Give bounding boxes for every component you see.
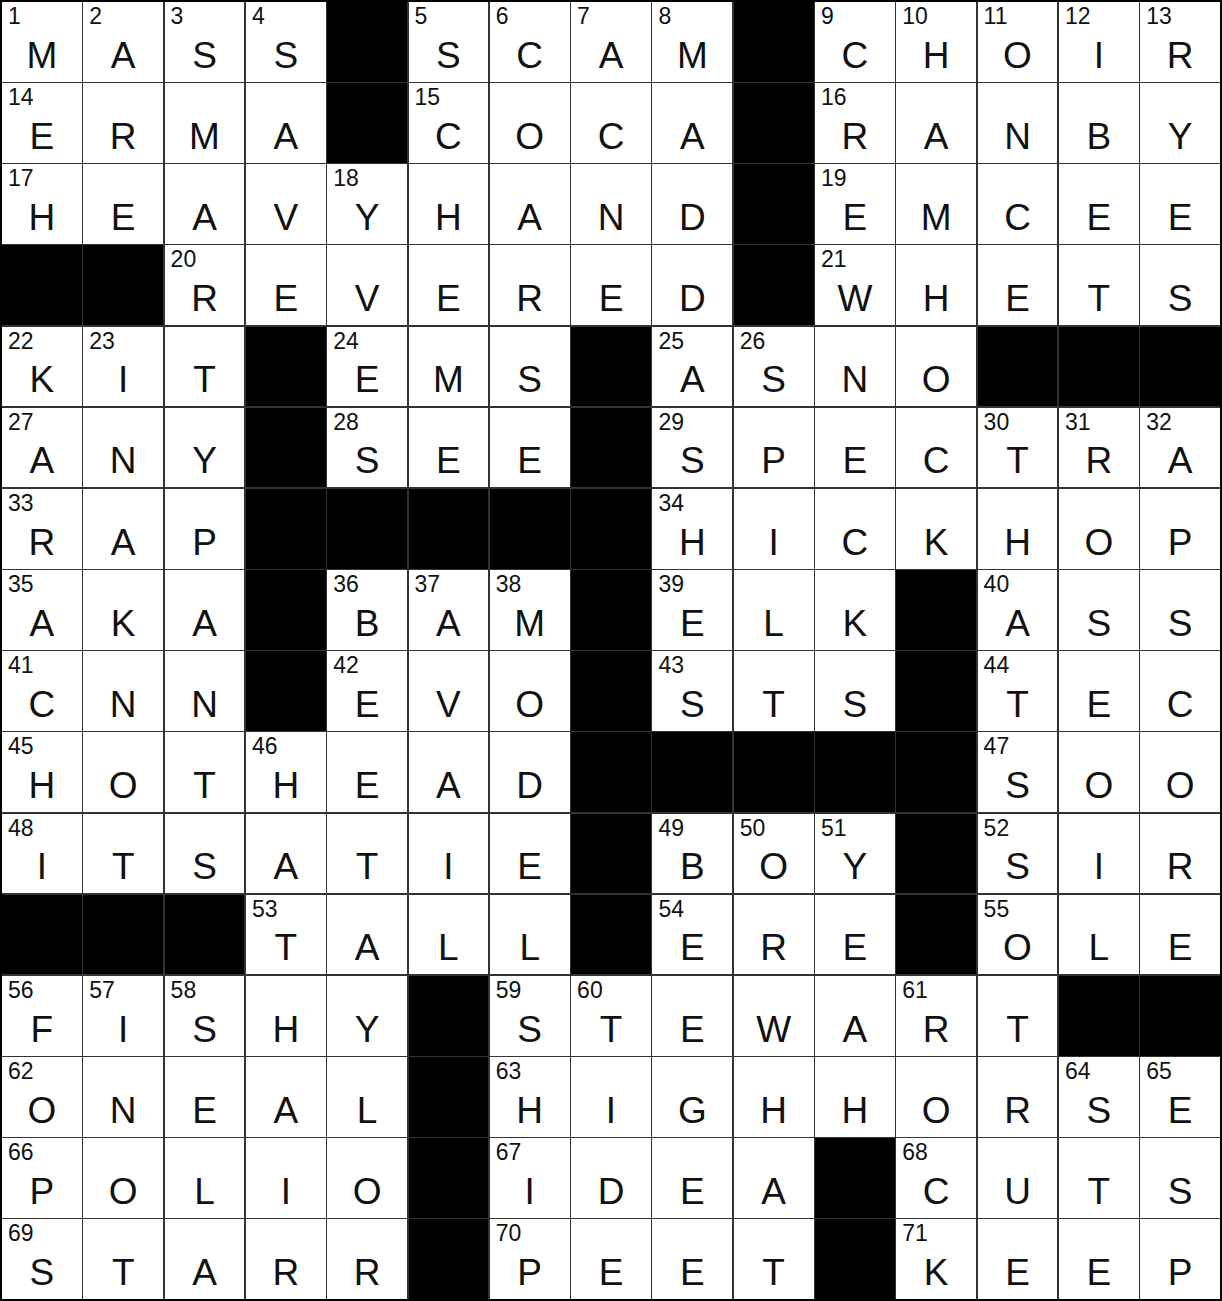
cell-r12c4[interactable]: 53T [246, 895, 326, 975]
cell-r8c14[interactable]: S [1059, 570, 1139, 650]
cell-r3c15[interactable]: E [1140, 164, 1220, 244]
cell-r12c7[interactable]: L [490, 895, 570, 975]
cell-letter: A [165, 199, 245, 236]
block-r10c9 [652, 732, 732, 812]
cell-number: 66 [8, 1140, 34, 1165]
cell-r16c3[interactable]: A [165, 1219, 245, 1299]
cell-letter: E [1059, 1254, 1139, 1291]
cell-r2c2[interactable]: R [83, 83, 163, 163]
cell-number: 33 [8, 491, 34, 516]
cell-r11c9[interactable]: 49B [652, 814, 732, 894]
cell-number: 67 [496, 1140, 522, 1165]
cell-r1c11[interactable]: 9C [815, 2, 895, 82]
cell-r12c15[interactable]: E [1140, 895, 1220, 975]
cell-r15c9[interactable]: E [652, 1138, 732, 1218]
cell-r16c1[interactable]: 69S [2, 1219, 82, 1299]
cell-r11c10[interactable]: 50O [734, 814, 814, 894]
cell-r4c8[interactable]: E [571, 245, 651, 325]
cell-r2c13[interactable]: N [978, 83, 1058, 163]
cell-r7c12[interactable]: K [896, 489, 976, 569]
cell-r10c4[interactable]: 46H [246, 732, 326, 812]
cell-number: 68 [902, 1140, 928, 1165]
cell-letter: E [327, 767, 407, 804]
cell-r3c14[interactable]: E [1059, 164, 1139, 244]
cell-r14c8[interactable]: I [571, 1057, 651, 1137]
cell-r16c9[interactable]: E [652, 1219, 732, 1299]
cell-r9c10[interactable]: T [734, 651, 814, 731]
cell-letter: H [2, 199, 82, 236]
cell-r5c6[interactable]: M [409, 327, 489, 407]
cell-r3c13[interactable]: C [978, 164, 1058, 244]
cell-letter: N [815, 361, 895, 398]
cell-r3c9[interactable]: D [652, 164, 732, 244]
cell-r7c13[interactable]: H [978, 489, 1058, 569]
cell-number: 29 [658, 410, 684, 435]
cell-number: 37 [415, 572, 441, 597]
cell-r9c7[interactable]: O [490, 651, 570, 731]
cell-r11c3[interactable]: S [165, 814, 245, 894]
cell-letter: D [571, 1173, 651, 1210]
cell-letter: Y [327, 199, 407, 236]
cell-r1c12[interactable]: 10H [896, 2, 976, 82]
cell-r9c3[interactable]: N [165, 651, 245, 731]
cell-letter: S [246, 37, 326, 74]
cell-r8c3[interactable]: A [165, 570, 245, 650]
cell-r16c2[interactable]: T [83, 1219, 163, 1299]
cell-r14c13[interactable]: R [978, 1057, 1058, 1137]
cell-r8c1[interactable]: 35A [2, 570, 82, 650]
cell-number: 61 [902, 978, 928, 1003]
cell-r10c13[interactable]: 47S [978, 732, 1058, 812]
cell-r16c8[interactable]: E [571, 1219, 651, 1299]
cell-letter: T [246, 929, 326, 966]
cell-r6c15[interactable]: 32A [1140, 408, 1220, 488]
cell-r2c3[interactable]: M [165, 83, 245, 163]
cell-r12c14[interactable]: L [1059, 895, 1139, 975]
cell-r3c8[interactable]: N [571, 164, 651, 244]
cell-r9c11[interactable]: S [815, 651, 895, 731]
cell-number: 8 [658, 4, 671, 29]
cell-r13c4[interactable]: H [246, 976, 326, 1056]
cell-r5c11[interactable]: N [815, 327, 895, 407]
cell-r15c8[interactable]: D [571, 1138, 651, 1218]
cell-r10c14[interactable]: O [1059, 732, 1139, 812]
cell-letter: O [83, 1173, 163, 1210]
cell-r14c9[interactable]: G [652, 1057, 732, 1137]
cell-number: 32 [1146, 410, 1172, 435]
cell-r13c10[interactable]: W [734, 976, 814, 1056]
cell-letter: L [409, 929, 489, 966]
cell-r12c6[interactable]: L [409, 895, 489, 975]
cell-number: 4 [252, 4, 265, 29]
cell-r15c14[interactable]: T [1059, 1138, 1139, 1218]
cell-r1c2[interactable]: 2A [83, 2, 163, 82]
cell-r5c9[interactable]: 25A [652, 327, 732, 407]
cell-number: 9 [821, 4, 834, 29]
cell-letter: R [734, 929, 814, 966]
cell-r12c11[interactable]: E [815, 895, 895, 975]
cell-r15c4[interactable]: I [246, 1138, 326, 1218]
cell-r1c14[interactable]: 12I [1059, 2, 1139, 82]
cell-r15c5[interactable]: O [327, 1138, 407, 1218]
cell-r5c1[interactable]: 22K [2, 327, 82, 407]
cell-r13c2[interactable]: 57I [83, 976, 163, 1056]
cell-r11c14[interactable]: I [1059, 814, 1139, 894]
cell-r13c7[interactable]: 59S [490, 976, 570, 1056]
cell-r15c1[interactable]: 66P [2, 1138, 82, 1218]
cell-r14c12[interactable]: O [896, 1057, 976, 1137]
block-r8c4 [246, 570, 326, 650]
cell-r6c2[interactable]: N [83, 408, 163, 488]
cell-letter: G [652, 1092, 732, 1129]
cell-letter: A [2, 605, 82, 642]
cell-r3c11[interactable]: 19E [815, 164, 895, 244]
cell-letter: L [165, 1173, 245, 1210]
cell-number: 48 [8, 816, 34, 841]
cell-r16c4[interactable]: R [246, 1219, 326, 1299]
cell-letter: T [978, 1011, 1058, 1048]
cell-r5c10[interactable]: 26S [734, 327, 814, 407]
cell-r13c8[interactable]: 60T [571, 976, 651, 1056]
block-r9c4 [246, 651, 326, 731]
cell-r4c11[interactable]: 21W [815, 245, 895, 325]
cell-r11c1[interactable]: 48I [2, 814, 82, 894]
cell-r4c14[interactable]: T [1059, 245, 1139, 325]
cell-r7c15[interactable]: P [1140, 489, 1220, 569]
cell-r7c2[interactable]: A [83, 489, 163, 569]
cell-letter: S [978, 848, 1058, 885]
cell-letter: R [978, 1092, 1058, 1129]
cell-letter: E [815, 442, 895, 479]
cell-r3c7[interactable]: A [490, 164, 570, 244]
cell-letter: H [490, 1092, 570, 1129]
cell-letter: R [327, 1254, 407, 1291]
cell-r1c4[interactable]: 4S [246, 2, 326, 82]
cell-letter: A [896, 118, 976, 155]
cell-letter: S [1059, 1092, 1139, 1129]
cell-r1c7[interactable]: 6C [490, 2, 570, 82]
block-r13c6 [409, 976, 489, 1056]
cell-letter: S [165, 1011, 245, 1048]
cell-letter: A [409, 767, 489, 804]
cell-r2c6[interactable]: 15C [409, 83, 489, 163]
cell-r2c14[interactable]: B [1059, 83, 1139, 163]
cell-r8c11[interactable]: K [815, 570, 895, 650]
cell-r3c6[interactable]: H [409, 164, 489, 244]
cell-r15c13[interactable]: U [978, 1138, 1058, 1218]
cell-r11c13[interactable]: 52S [978, 814, 1058, 894]
cell-r6c14[interactable]: 31R [1059, 408, 1139, 488]
cell-number: 52 [984, 816, 1010, 841]
cell-r3c5[interactable]: 18Y [327, 164, 407, 244]
cell-r2c7[interactable]: O [490, 83, 570, 163]
cell-r1c6[interactable]: 5S [409, 2, 489, 82]
cell-r16c15[interactable]: P [1140, 1219, 1220, 1299]
cell-r4c6[interactable]: E [409, 245, 489, 325]
cell-r6c9[interactable]: 29S [652, 408, 732, 488]
cell-number: 23 [89, 329, 115, 354]
cell-r13c3[interactable]: 58S [165, 976, 245, 1056]
cell-r14c2[interactable]: N [83, 1057, 163, 1137]
cell-letter: A [165, 605, 245, 642]
cell-r10c15[interactable]: O [1140, 732, 1220, 812]
cell-r11c11[interactable]: 51Y [815, 814, 895, 894]
cell-number: 64 [1065, 1059, 1091, 1084]
cell-r7c1[interactable]: 33R [2, 489, 82, 569]
block-r5c8 [571, 327, 651, 407]
cell-r8c10[interactable]: L [734, 570, 814, 650]
cell-letter: S [652, 442, 732, 479]
cell-r2c11[interactable]: 16R [815, 83, 895, 163]
cell-r4c7[interactable]: R [490, 245, 570, 325]
cell-letter: N [83, 1092, 163, 1129]
cell-r14c1[interactable]: 62O [2, 1057, 82, 1137]
cell-r4c9[interactable]: D [652, 245, 732, 325]
cell-r16c7[interactable]: 70P [490, 1219, 570, 1299]
cell-letter: I [2, 848, 82, 885]
cell-r14c5[interactable]: L [327, 1057, 407, 1137]
cell-letter: K [896, 524, 976, 561]
cell-r10c1[interactable]: 45H [2, 732, 82, 812]
cell-letter: H [246, 767, 326, 804]
cell-letter: N [165, 686, 245, 723]
cell-r2c9[interactable]: A [652, 83, 732, 163]
cell-letter: M [652, 37, 732, 74]
cell-r3c12[interactable]: M [896, 164, 976, 244]
cell-r1c9[interactable]: 8M [652, 2, 732, 82]
cell-r5c5[interactable]: 24E [327, 327, 407, 407]
cell-r16c5[interactable]: R [327, 1219, 407, 1299]
cell-letter: C [1140, 686, 1220, 723]
cell-r12c9[interactable]: 54E [652, 895, 732, 975]
cell-r5c3[interactable]: T [165, 327, 245, 407]
cell-r5c7[interactable]: S [490, 327, 570, 407]
cell-letter: P [490, 1254, 570, 1291]
cell-letter: T [165, 767, 245, 804]
cell-r11c7[interactable]: E [490, 814, 570, 894]
cell-r11c15[interactable]: R [1140, 814, 1220, 894]
cell-r5c2[interactable]: 23I [83, 327, 163, 407]
cell-r9c2[interactable]: N [83, 651, 163, 731]
cell-letter: R [1059, 442, 1139, 479]
cell-r1c3[interactable]: 3S [165, 2, 245, 82]
block-r13c14 [1059, 976, 1139, 1056]
cell-r4c13[interactable]: E [978, 245, 1058, 325]
cell-r1c1[interactable]: 1M [2, 2, 82, 82]
cell-number: 21 [821, 247, 847, 272]
cell-r6c6[interactable]: E [409, 408, 489, 488]
cell-r15c3[interactable]: L [165, 1138, 245, 1218]
block-r7c6 [409, 489, 489, 569]
cell-r13c1[interactable]: 56F [2, 976, 82, 1056]
cell-r14c14[interactable]: 64S [1059, 1057, 1139, 1137]
cell-r11c2[interactable]: T [83, 814, 163, 894]
cell-letter: E [1140, 1092, 1220, 1129]
cell-r1c8[interactable]: 7A [571, 2, 651, 82]
cell-r3c4[interactable]: V [246, 164, 326, 244]
cell-letter: P [1140, 1254, 1220, 1291]
cell-number: 70 [496, 1221, 522, 1246]
cell-letter: K [815, 605, 895, 642]
cell-r4c3[interactable]: 20R [165, 245, 245, 325]
cell-r16c10[interactable]: T [734, 1219, 814, 1299]
cell-r15c10[interactable]: A [734, 1138, 814, 1218]
cell-r15c2[interactable]: O [83, 1138, 163, 1218]
cell-r2c8[interactable]: C [571, 83, 651, 163]
cell-letter: A [83, 524, 163, 561]
cell-r9c14[interactable]: E [1059, 651, 1139, 731]
cell-letter: D [490, 767, 570, 804]
cell-r15c15[interactable]: S [1140, 1138, 1220, 1218]
cell-r3c1[interactable]: 17H [2, 164, 82, 244]
cell-number: 45 [8, 734, 34, 759]
cell-r13c9[interactable]: E [652, 976, 732, 1056]
cell-r15c7[interactable]: 67I [490, 1138, 570, 1218]
cell-r2c1[interactable]: 14E [2, 83, 82, 163]
cell-r13c5[interactable]: Y [327, 976, 407, 1056]
cell-r11c6[interactable]: I [409, 814, 489, 894]
cell-letter: H [896, 37, 976, 74]
cell-r1c15[interactable]: 13R [1140, 2, 1220, 82]
cell-r6c3[interactable]: Y [165, 408, 245, 488]
block-r12c2 [83, 895, 163, 975]
cell-r7c3[interactable]: P [165, 489, 245, 569]
cell-r1c13[interactable]: 11O [978, 2, 1058, 82]
cell-r5c12[interactable]: O [896, 327, 976, 407]
cell-letter: Y [815, 848, 895, 885]
cell-r6c7[interactable]: E [490, 408, 570, 488]
cell-r8c15[interactable]: S [1140, 570, 1220, 650]
cell-r13c13[interactable]: T [978, 976, 1058, 1056]
cell-r14c3[interactable]: E [165, 1057, 245, 1137]
cell-r9c1[interactable]: 41C [2, 651, 82, 731]
cell-r13c12[interactable]: 61R [896, 976, 976, 1056]
cell-letter: H [734, 1092, 814, 1129]
cell-letter: V [409, 686, 489, 723]
cell-letter: I [490, 1173, 570, 1210]
cell-r7c11[interactable]: C [815, 489, 895, 569]
cell-r6c1[interactable]: 27A [2, 408, 82, 488]
cell-r6c13[interactable]: 30T [978, 408, 1058, 488]
cell-r10c3[interactable]: T [165, 732, 245, 812]
cell-r15c12[interactable]: 68C [896, 1138, 976, 1218]
cell-r4c5[interactable]: V [327, 245, 407, 325]
cell-letter: K [83, 605, 163, 642]
cell-r4c12[interactable]: H [896, 245, 976, 325]
cell-r10c5[interactable]: E [327, 732, 407, 812]
cell-letter: H [978, 524, 1058, 561]
cell-letter: M [409, 361, 489, 398]
cell-letter: D [652, 280, 732, 317]
cell-number: 2 [89, 4, 102, 29]
cell-r16c13[interactable]: E [978, 1219, 1058, 1299]
cell-r6c12[interactable]: C [896, 408, 976, 488]
cell-r16c14[interactable]: E [1059, 1219, 1139, 1299]
cell-r10c7[interactable]: D [490, 732, 570, 812]
cell-number: 27 [8, 410, 34, 435]
cell-r13c11[interactable]: A [815, 976, 895, 1056]
cell-letter: M [490, 605, 570, 642]
cell-r11c5[interactable]: T [327, 814, 407, 894]
cell-r6c11[interactable]: E [815, 408, 895, 488]
cell-letter: C [896, 442, 976, 479]
cell-r4c4[interactable]: E [246, 245, 326, 325]
cell-letter: B [652, 848, 732, 885]
cell-r2c4[interactable]: A [246, 83, 326, 163]
cell-letter: H [2, 767, 82, 804]
cell-r4c15[interactable]: S [1140, 245, 1220, 325]
cell-letter: R [83, 118, 163, 155]
cell-r7c9[interactable]: 34H [652, 489, 732, 569]
cell-number: 17 [8, 166, 34, 191]
cell-letter: A [815, 1011, 895, 1048]
cell-number: 57 [89, 978, 115, 1003]
cell-r6c5[interactable]: 28S [327, 408, 407, 488]
cell-r16c12[interactable]: 71K [896, 1219, 976, 1299]
cell-r9c9[interactable]: 43S [652, 651, 732, 731]
cell-r3c3[interactable]: A [165, 164, 245, 244]
cell-r6c10[interactable]: P [734, 408, 814, 488]
cell-r14c10[interactable]: H [734, 1057, 814, 1137]
cell-r10c6[interactable]: A [409, 732, 489, 812]
block-r4c2 [83, 245, 163, 325]
cell-r8c2[interactable]: K [83, 570, 163, 650]
cell-letter: C [896, 1173, 976, 1210]
cell-r3c2[interactable]: E [83, 164, 163, 244]
cell-r8c9[interactable]: 39E [652, 570, 732, 650]
cell-letter: L [734, 605, 814, 642]
cell-number: 10 [902, 4, 928, 29]
cell-r9c5[interactable]: 42E [327, 651, 407, 731]
cell-r14c15[interactable]: 65E [1140, 1057, 1220, 1137]
cell-r2c15[interactable]: Y [1140, 83, 1220, 163]
cell-r14c7[interactable]: 63H [490, 1057, 570, 1137]
cell-r8c7[interactable]: 38M [490, 570, 570, 650]
cell-letter: L [490, 929, 570, 966]
cell-r9c13[interactable]: 44T [978, 651, 1058, 731]
cell-r9c6[interactable]: V [409, 651, 489, 731]
cell-letter: T [327, 848, 407, 885]
cell-r2c12[interactable]: A [896, 83, 976, 163]
cell-r9c15[interactable]: C [1140, 651, 1220, 731]
cell-letter: S [165, 37, 245, 74]
cell-r8c13[interactable]: 40A [978, 570, 1058, 650]
cell-number: 3 [171, 4, 184, 29]
cell-r14c11[interactable]: H [815, 1057, 895, 1137]
cell-letter: I [734, 524, 814, 561]
block-r8c8 [571, 570, 651, 650]
cell-r12c13[interactable]: 55O [978, 895, 1058, 975]
cell-letter: T [1059, 280, 1139, 317]
cell-r7c10[interactable]: I [734, 489, 814, 569]
cell-r10c2[interactable]: O [83, 732, 163, 812]
cell-r8c6[interactable]: 37A [409, 570, 489, 650]
block-r6c4 [246, 408, 326, 488]
cell-letter: O [896, 361, 976, 398]
cell-number: 46 [252, 734, 278, 759]
block-r7c5 [327, 489, 407, 569]
cell-r14c4[interactable]: A [246, 1057, 326, 1137]
cell-number: 11 [984, 4, 1008, 29]
cell-r8c5[interactable]: 36B [327, 570, 407, 650]
cell-r11c4[interactable]: A [246, 814, 326, 894]
cell-r12c10[interactable]: R [734, 895, 814, 975]
cell-r12c5[interactable]: A [327, 895, 407, 975]
cell-letter: I [83, 1011, 163, 1048]
cell-r7c14[interactable]: O [1059, 489, 1139, 569]
cell-letter: E [571, 1254, 651, 1291]
cell-letter: O [1059, 767, 1139, 804]
